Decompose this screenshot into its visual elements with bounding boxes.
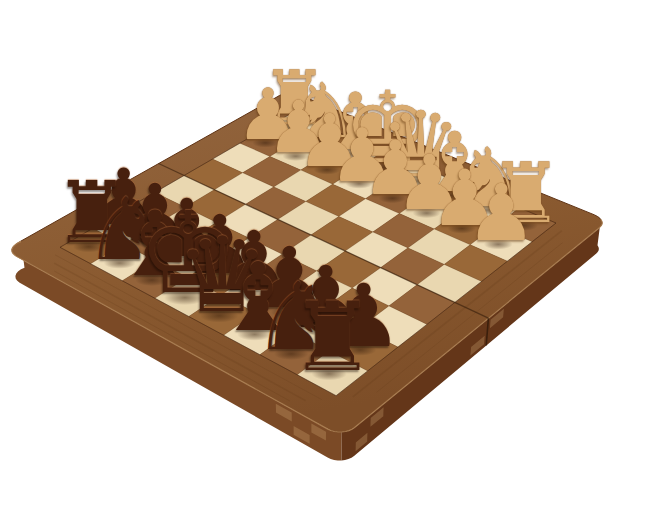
piece-white-rook-a1: ♜ xyxy=(488,151,563,234)
piece-black-king-e8: ♚ xyxy=(138,198,239,311)
piece-white-bishop-c1: ♝ xyxy=(418,122,492,205)
piece-black-pawn-b7: ♟ xyxy=(288,255,364,340)
piece-black-pawn-e7: ♟ xyxy=(184,204,257,285)
piece-black-rook-a8: ♜ xyxy=(290,289,376,384)
piece-white-pawn-h2: ♟ xyxy=(236,80,299,151)
piece-white-knight-g1: ♞ xyxy=(290,73,358,149)
piece-white-pawn-e2: ♟ xyxy=(329,118,395,192)
piece-black-pawn-h7: ♟ xyxy=(89,159,158,236)
piece-black-pawn-a7: ♟ xyxy=(325,273,403,360)
piece-black-rook-h8: ♜ xyxy=(54,171,130,256)
piece-white-bishop-f1: ♝ xyxy=(320,83,391,162)
piece-white-knight-b1: ♞ xyxy=(453,137,526,219)
piece-white-king-e1: ♚ xyxy=(343,79,432,178)
piece-black-pawn-d7: ♟ xyxy=(217,221,291,304)
piece-white-pawn-c2: ♟ xyxy=(395,145,463,221)
piece-black-pawn-g7: ♟ xyxy=(120,173,190,252)
piece-black-pawn-c7: ♟ xyxy=(252,237,327,321)
piece-black-bishop-f8: ♝ xyxy=(115,200,195,290)
piece-white-pawn-g2: ♟ xyxy=(266,92,330,164)
piece-white-pawn-d2: ♟ xyxy=(362,131,429,206)
piece-black-knight-b8: ♞ xyxy=(253,270,337,364)
pieces-layer: ♜♞♝♛♚♝♞♜♟♟♟♟♟♟♟♟♟♟♟♟♟♟♟♟♜♞♝♛♚♝♞♜ xyxy=(0,0,650,520)
piece-white-pawn-a2: ♟ xyxy=(466,174,536,253)
piece-black-bishop-c8: ♝ xyxy=(216,250,301,344)
piece-white-pawn-f2: ♟ xyxy=(297,105,362,178)
piece-white-queen-d1: ♛ xyxy=(380,100,461,191)
piece-black-knight-g8: ♞ xyxy=(84,186,161,272)
piece-black-queen-d8: ♛ xyxy=(176,224,269,328)
piece-white-rook-h1: ♜ xyxy=(260,61,327,136)
piece-black-pawn-f7: ♟ xyxy=(151,189,223,269)
chess-set-photo: ♜♞♝♛♚♝♞♜♟♟♟♟♟♟♟♟♟♟♟♟♟♟♟♟♜♞♝♛♚♝♞♜ xyxy=(0,0,650,520)
piece-white-pawn-b2: ♟ xyxy=(430,159,499,236)
